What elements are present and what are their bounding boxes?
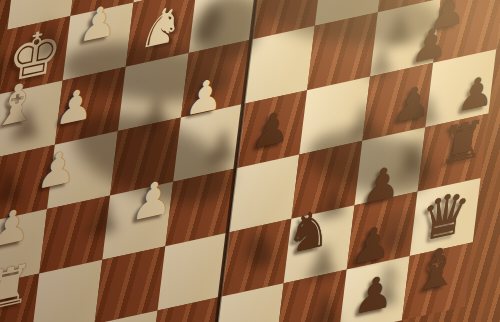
chessboard-photo: ♚♟♞♝♟♟♟♟♟♜♟♟♟♟♜♛♝♟♞♟♟♟ [0,0,500,322]
board: ♚♟♞♝♟♟♟♟♟♜♟♟♟♟♜♛♝♟♞♟♟♟ [0,0,500,322]
